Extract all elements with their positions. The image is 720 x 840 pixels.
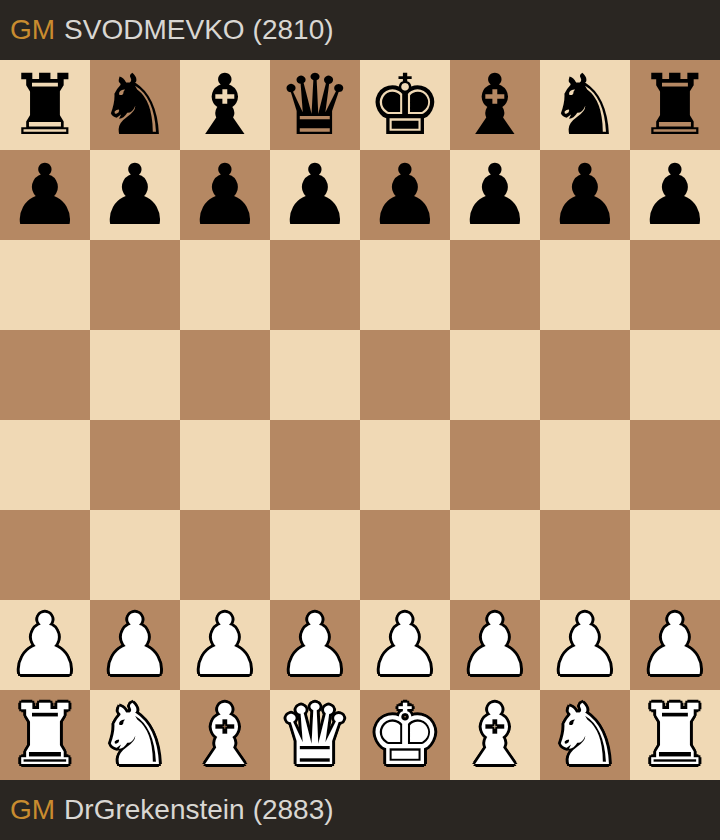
black-knight[interactable]: ♞	[97, 60, 172, 150]
white-pawn[interactable]: ♟	[97, 600, 172, 690]
white-king[interactable]: ♚	[367, 690, 442, 780]
black-pawn[interactable]: ♟	[277, 150, 352, 240]
white-pawn[interactable]: ♟	[547, 600, 622, 690]
black-rook[interactable]: ♜	[637, 60, 712, 150]
square-a4[interactable]	[0, 420, 90, 510]
square-d8[interactable]: ♛	[270, 60, 360, 150]
square-d5[interactable]	[270, 330, 360, 420]
top-player-name: SVODMEVKO	[64, 14, 244, 46]
white-pawn[interactable]: ♟	[457, 600, 532, 690]
white-pawn[interactable]: ♟	[637, 600, 712, 690]
square-h3[interactable]	[630, 510, 720, 600]
white-pawn[interactable]: ♟	[7, 600, 82, 690]
square-h4[interactable]	[630, 420, 720, 510]
square-h5[interactable]	[630, 330, 720, 420]
square-g8[interactable]: ♞	[540, 60, 630, 150]
square-g6[interactable]	[540, 240, 630, 330]
white-rook[interactable]: ♜	[7, 690, 82, 780]
square-g3[interactable]	[540, 510, 630, 600]
square-a5[interactable]	[0, 330, 90, 420]
square-f8[interactable]: ♝	[450, 60, 540, 150]
square-c8[interactable]: ♝	[180, 60, 270, 150]
square-b6[interactable]	[90, 240, 180, 330]
white-rook[interactable]: ♜	[637, 690, 712, 780]
square-c4[interactable]	[180, 420, 270, 510]
square-c7[interactable]: ♟	[180, 150, 270, 240]
white-bishop[interactable]: ♝	[187, 690, 262, 780]
square-f3[interactable]	[450, 510, 540, 600]
white-knight[interactable]: ♞	[97, 690, 172, 780]
black-pawn[interactable]: ♟	[7, 150, 82, 240]
square-a8[interactable]: ♜	[0, 60, 90, 150]
black-pawn[interactable]: ♟	[457, 150, 532, 240]
square-d7[interactable]: ♟	[270, 150, 360, 240]
black-pawn[interactable]: ♟	[97, 150, 172, 240]
square-h6[interactable]	[630, 240, 720, 330]
square-b2[interactable]: ♟	[90, 600, 180, 690]
square-b5[interactable]	[90, 330, 180, 420]
square-a7[interactable]: ♟	[0, 150, 90, 240]
square-h2[interactable]: ♟	[630, 600, 720, 690]
square-h8[interactable]: ♜	[630, 60, 720, 150]
square-b4[interactable]	[90, 420, 180, 510]
square-b3[interactable]	[90, 510, 180, 600]
square-c3[interactable]	[180, 510, 270, 600]
bottom-player-name: DrGrekenstein	[64, 794, 245, 826]
square-c1[interactable]: ♝	[180, 690, 270, 780]
black-pawn[interactable]: ♟	[547, 150, 622, 240]
black-pawn[interactable]: ♟	[187, 150, 262, 240]
square-f1[interactable]: ♝	[450, 690, 540, 780]
square-b7[interactable]: ♟	[90, 150, 180, 240]
square-e7[interactable]: ♟	[360, 150, 450, 240]
bottom-player-bar: GM DrGrekenstein (2883)	[0, 780, 720, 840]
top-player-title-badge: GM	[10, 14, 55, 46]
square-a1[interactable]: ♜	[0, 690, 90, 780]
square-f2[interactable]: ♟	[450, 600, 540, 690]
black-king[interactable]: ♚	[367, 60, 442, 150]
square-f4[interactable]	[450, 420, 540, 510]
black-pawn[interactable]: ♟	[367, 150, 442, 240]
square-c2[interactable]: ♟	[180, 600, 270, 690]
square-e4[interactable]	[360, 420, 450, 510]
square-d2[interactable]: ♟	[270, 600, 360, 690]
black-knight[interactable]: ♞	[547, 60, 622, 150]
square-d1[interactable]: ♛	[270, 690, 360, 780]
top-player-rating: (2810)	[253, 14, 334, 46]
square-e2[interactable]: ♟	[360, 600, 450, 690]
chess-board: ♜♞♝♛♚♝♞♜♟♟♟♟♟♟♟♟♟♟♟♟♟♟♟♟♜♞♝♛♚♝♞♜	[0, 60, 720, 780]
square-b1[interactable]: ♞	[90, 690, 180, 780]
square-g4[interactable]	[540, 420, 630, 510]
square-g5[interactable]	[540, 330, 630, 420]
white-pawn[interactable]: ♟	[277, 600, 352, 690]
black-queen[interactable]: ♛	[277, 60, 352, 150]
square-e5[interactable]	[360, 330, 450, 420]
black-bishop[interactable]: ♝	[187, 60, 262, 150]
white-queen[interactable]: ♛	[277, 690, 352, 780]
square-d6[interactable]	[270, 240, 360, 330]
square-e1[interactable]: ♚	[360, 690, 450, 780]
square-e8[interactable]: ♚	[360, 60, 450, 150]
top-player-bar: GM SVODMEVKO (2810)	[0, 0, 720, 60]
square-f5[interactable]	[450, 330, 540, 420]
bottom-player-title-badge: GM	[10, 794, 55, 826]
square-f7[interactable]: ♟	[450, 150, 540, 240]
square-f6[interactable]	[450, 240, 540, 330]
square-h1[interactable]: ♜	[630, 690, 720, 780]
black-pawn[interactable]: ♟	[637, 150, 712, 240]
white-pawn[interactable]: ♟	[367, 600, 442, 690]
chess-app: GM SVODMEVKO (2810) ♜♞♝♛♚♝♞♜♟♟♟♟♟♟♟♟♟♟♟♟…	[0, 0, 720, 840]
bottom-player-rating: (2883)	[253, 794, 334, 826]
square-g1[interactable]: ♞	[540, 690, 630, 780]
square-h7[interactable]: ♟	[630, 150, 720, 240]
square-d4[interactable]	[270, 420, 360, 510]
white-pawn[interactable]: ♟	[187, 600, 262, 690]
black-bishop[interactable]: ♝	[457, 60, 532, 150]
square-g7[interactable]: ♟	[540, 150, 630, 240]
square-e3[interactable]	[360, 510, 450, 600]
square-d3[interactable]	[270, 510, 360, 600]
square-a2[interactable]: ♟	[0, 600, 90, 690]
white-bishop[interactable]: ♝	[457, 690, 532, 780]
square-c5[interactable]	[180, 330, 270, 420]
square-b8[interactable]: ♞	[90, 60, 180, 150]
black-rook[interactable]: ♜	[7, 60, 82, 150]
white-knight[interactable]: ♞	[547, 690, 622, 780]
square-c6[interactable]	[180, 240, 270, 330]
square-a3[interactable]	[0, 510, 90, 600]
square-g2[interactable]: ♟	[540, 600, 630, 690]
square-a6[interactable]	[0, 240, 90, 330]
square-e6[interactable]	[360, 240, 450, 330]
